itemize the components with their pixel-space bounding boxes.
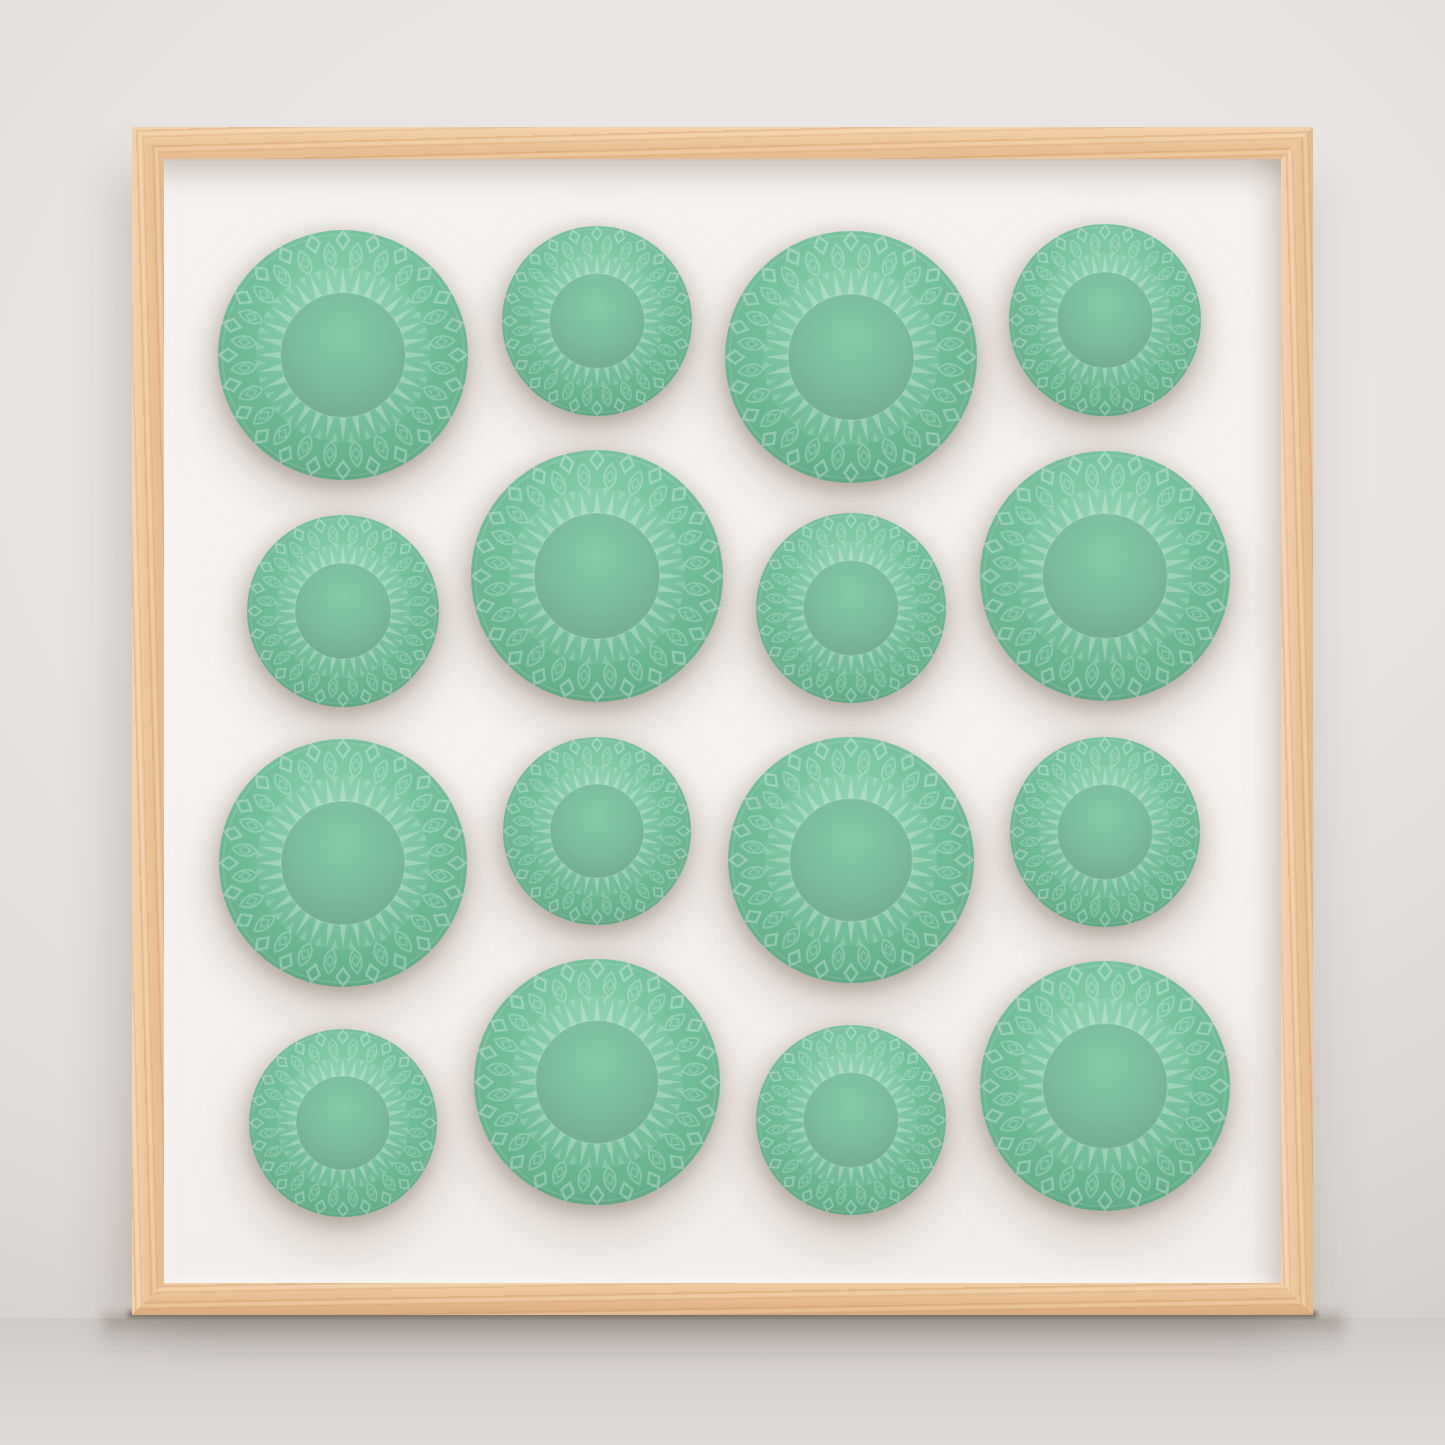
- disc-r2c1-small[interactable]: [247, 515, 439, 707]
- disc-r3c1-large[interactable]: [219, 739, 467, 987]
- medallion-svg: [503, 737, 691, 925]
- disc-r1c2-small[interactable]: [502, 226, 692, 416]
- medallion-svg: [980, 961, 1230, 1211]
- disc-r4c3-small[interactable]: [756, 1025, 946, 1215]
- medallion-svg: [725, 231, 977, 483]
- medallion-svg: [219, 739, 467, 987]
- disc-r1c1-large[interactable]: [218, 230, 468, 480]
- disc-r2c3-small[interactable]: [756, 513, 946, 703]
- disc-r4c4-large[interactable]: [980, 961, 1230, 1211]
- medallion-svg: [249, 1029, 437, 1217]
- medallion-svg: [247, 515, 439, 707]
- disc-r1c4-small[interactable]: [1009, 224, 1201, 416]
- medallion-svg: [728, 737, 974, 983]
- disc-r1c3-large[interactable]: [725, 231, 977, 483]
- medallion-svg: [471, 450, 723, 702]
- disc-r4c1-small[interactable]: [249, 1029, 437, 1217]
- disc-r3c4-small[interactable]: [1010, 737, 1200, 927]
- medallion-svg: [1010, 737, 1200, 927]
- medallion-svg: [980, 451, 1230, 701]
- disc-board: [0, 0, 1445, 1445]
- disc-r2c2-large[interactable]: [471, 450, 723, 702]
- disc-r3c2-small[interactable]: [503, 737, 691, 925]
- disc-r2c4-large[interactable]: [980, 451, 1230, 701]
- medallion-svg: [502, 226, 692, 416]
- medallion-svg: [474, 959, 720, 1205]
- medallion-svg: [756, 513, 946, 703]
- medallion-svg: [756, 1025, 946, 1215]
- medallion-svg: [1009, 224, 1201, 416]
- disc-r3c3-large[interactable]: [728, 737, 974, 983]
- disc-r4c2-large[interactable]: [474, 959, 720, 1205]
- medallion-svg: [218, 230, 468, 480]
- scene: [0, 0, 1445, 1445]
